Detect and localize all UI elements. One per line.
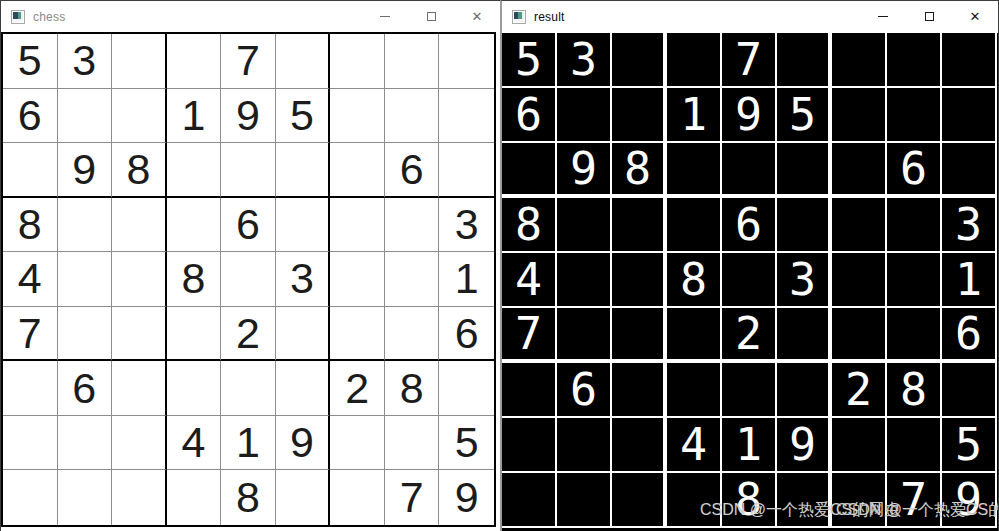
result-cell-r2c7	[832, 88, 887, 143]
result-cell-r8c9: 5	[942, 418, 997, 473]
result-cell-r4c6	[777, 198, 832, 253]
chess-cell-r1c5: 7	[221, 34, 276, 89]
chess-cell-r9c4	[167, 470, 222, 525]
result-cell-r4c7	[832, 198, 887, 253]
result-cell-r5c2	[557, 253, 612, 308]
result-cell-r9c4	[667, 473, 722, 528]
result-cell-r6c9: 6	[942, 308, 997, 363]
result-cell-r3c8: 6	[887, 143, 942, 198]
chess-cell-r5c8	[385, 252, 440, 307]
close-button[interactable]: ✕	[952, 1, 998, 32]
chess-cell-r4c8	[385, 198, 440, 253]
result-cell-r9c2	[557, 473, 612, 528]
chess-cell-r1c9	[439, 34, 494, 89]
screenshot-root: chess ✕ 537619598686348317266284195879 r…	[0, 0, 999, 531]
chess-cell-r6c6	[276, 307, 331, 362]
result-cell-r5c5	[722, 253, 777, 308]
result-cell-r2c8	[887, 88, 942, 143]
result-cell-r8c1	[502, 418, 557, 473]
titlebar-chess[interactable]: chess ✕	[1, 1, 500, 32]
chess-cell-r5c6: 3	[276, 252, 331, 307]
chess-cell-r4c7	[330, 198, 385, 253]
result-cell-r1c5: 7	[722, 33, 777, 88]
chess-cell-r6c4	[167, 307, 222, 362]
result-cell-r3c7	[832, 143, 887, 198]
result-cell-r2c4: 1	[667, 88, 722, 143]
result-cell-r5c8	[887, 253, 942, 308]
chess-cell-r1c3	[112, 34, 167, 89]
chess-cell-r8c5: 1	[221, 416, 276, 471]
chess-cell-r3c4	[167, 143, 222, 198]
chess-cell-r7c8: 8	[385, 361, 440, 416]
result-cell-r8c2	[557, 418, 612, 473]
result-cell-r4c9: 3	[942, 198, 997, 253]
chess-cell-r8c7	[330, 416, 385, 471]
chess-cell-r8c6: 9	[276, 416, 331, 471]
result-cell-r9c5: 8	[722, 473, 777, 528]
result-cell-r6c2	[557, 308, 612, 363]
chess-cell-r2c1: 6	[3, 89, 58, 144]
titlebar-result[interactable]: result ✕	[502, 1, 998, 32]
chess-cell-r6c3	[112, 307, 167, 362]
chess-cell-r1c6	[276, 34, 331, 89]
sudoku-board-result: 537619598686348317266284195879	[502, 32, 999, 531]
result-cell-r4c2	[557, 198, 612, 253]
result-cell-r5c9: 1	[942, 253, 997, 308]
chess-cell-r5c2	[58, 252, 113, 307]
chess-cell-r6c5: 2	[221, 307, 276, 362]
result-cell-r8c7	[832, 418, 887, 473]
result-cell-r3c9	[942, 143, 997, 198]
chess-cell-r6c8	[385, 307, 440, 362]
result-cell-r1c3	[612, 33, 667, 88]
result-cell-r5c7	[832, 253, 887, 308]
chess-cell-r4c2	[58, 198, 113, 253]
result-cell-r9c7	[832, 473, 887, 528]
chess-cell-r6c2	[58, 307, 113, 362]
chess-cell-r7c9	[439, 361, 494, 416]
chess-cell-r2c2	[58, 89, 113, 144]
result-cell-r9c6	[777, 473, 832, 528]
chess-cell-r8c8	[385, 416, 440, 471]
chess-cell-r2c5: 9	[221, 89, 276, 144]
result-cell-r5c1: 4	[502, 253, 557, 308]
chess-cell-r9c1	[3, 470, 58, 525]
result-cell-r1c4	[667, 33, 722, 88]
result-cell-r1c2: 3	[557, 33, 612, 88]
result-cell-r6c4	[667, 308, 722, 363]
maximize-button[interactable]	[906, 1, 952, 32]
chess-cell-r7c4	[167, 361, 222, 416]
chess-cell-r7c2: 6	[58, 361, 113, 416]
result-cell-r8c6: 9	[777, 418, 832, 473]
chess-cell-r1c4	[167, 34, 222, 89]
chess-cell-r6c7	[330, 307, 385, 362]
result-cell-r1c7	[832, 33, 887, 88]
chess-cell-r1c7	[330, 34, 385, 89]
chess-cell-r2c8	[385, 89, 440, 144]
chess-cell-r5c4: 8	[167, 252, 222, 307]
chess-cell-r9c8: 7	[385, 470, 440, 525]
chess-cell-r7c3	[112, 361, 167, 416]
chess-cell-r4c4	[167, 198, 222, 253]
result-cell-r9c8: 7	[887, 473, 942, 528]
result-cell-r8c4: 4	[667, 418, 722, 473]
window-controls-chess: ✕	[362, 1, 500, 32]
sudoku-board-chess: 537619598686348317266284195879	[1, 32, 496, 527]
close-button[interactable]: ✕	[454, 1, 500, 32]
chess-cell-r5c3	[112, 252, 167, 307]
chess-cell-r5c7	[330, 252, 385, 307]
result-cell-r4c5: 6	[722, 198, 777, 253]
window-controls-result: ✕	[860, 1, 998, 32]
chess-cell-r3c1	[3, 143, 58, 198]
result-cell-r3c4	[667, 143, 722, 198]
result-cell-r3c3: 8	[612, 143, 667, 198]
window-chess: chess ✕ 537619598686348317266284195879	[0, 0, 500, 531]
chess-cell-r3c3: 8	[112, 143, 167, 198]
chess-cell-r7c6	[276, 361, 331, 416]
result-cell-r9c3	[612, 473, 667, 528]
chess-cell-r2c7	[330, 89, 385, 144]
maximize-icon	[925, 12, 934, 21]
chess-cell-r9c6	[276, 470, 331, 525]
result-cell-r6c8	[887, 308, 942, 363]
chess-cell-r2c9	[439, 89, 494, 144]
result-cell-r4c1: 8	[502, 198, 557, 253]
result-cell-r6c1: 7	[502, 308, 557, 363]
chess-cell-r3c2: 9	[58, 143, 113, 198]
result-cell-r8c3	[612, 418, 667, 473]
result-cell-r3c1	[502, 143, 557, 198]
chess-cell-r9c5: 8	[221, 470, 276, 525]
result-cell-r7c6	[777, 363, 832, 418]
chess-cell-r8c4: 4	[167, 416, 222, 471]
result-cell-r5c6: 3	[777, 253, 832, 308]
chess-cell-r8c2	[58, 416, 113, 471]
result-cell-r1c8	[887, 33, 942, 88]
result-cell-r2c3	[612, 88, 667, 143]
result-cell-r7c7: 2	[832, 363, 887, 418]
maximize-icon	[427, 12, 436, 21]
minimize-icon	[878, 16, 888, 17]
result-cell-r7c4	[667, 363, 722, 418]
chess-cell-r6c9: 6	[439, 307, 494, 362]
result-cell-r7c9	[942, 363, 997, 418]
result-cell-r1c1: 5	[502, 33, 557, 88]
result-cell-r4c4	[667, 198, 722, 253]
window-result: result ✕ 537619598686348317266284195879 …	[500, 0, 999, 531]
minimize-button[interactable]	[362, 1, 408, 32]
chess-cell-r2c4: 1	[167, 89, 222, 144]
result-cell-r6c6	[777, 308, 832, 363]
result-cell-r8c5: 1	[722, 418, 777, 473]
chess-cell-r4c1: 8	[3, 198, 58, 253]
result-cell-r5c4: 8	[667, 253, 722, 308]
chess-cell-r5c1: 4	[3, 252, 58, 307]
result-cell-r4c8	[887, 198, 942, 253]
chess-cell-r7c1	[3, 361, 58, 416]
result-cell-r1c6	[777, 33, 832, 88]
chess-cell-r5c5	[221, 252, 276, 307]
chess-cell-r9c2	[58, 470, 113, 525]
minimize-icon	[380, 16, 390, 17]
chess-cell-r3c5	[221, 143, 276, 198]
result-cell-r7c5	[722, 363, 777, 418]
result-cell-r6c7	[832, 308, 887, 363]
result-cell-r6c5: 2	[722, 308, 777, 363]
chess-cell-r1c8	[385, 34, 440, 89]
result-cell-r2c2	[557, 88, 612, 143]
chess-cell-r4c6	[276, 198, 331, 253]
result-cell-r7c2: 6	[557, 363, 612, 418]
chess-cell-r3c9	[439, 143, 494, 198]
chess-cell-r4c3	[112, 198, 167, 253]
chess-cell-r2c6: 5	[276, 89, 331, 144]
result-cell-r2c5: 9	[722, 88, 777, 143]
chess-cell-r3c7	[330, 143, 385, 198]
chess-cell-r5c9: 1	[439, 252, 494, 307]
chess-cell-r8c9: 5	[439, 416, 494, 471]
result-cell-r3c6	[777, 143, 832, 198]
window-title-result: result	[534, 10, 565, 24]
opencv-image-icon	[11, 10, 25, 24]
result-cell-r3c5	[722, 143, 777, 198]
chess-cell-r7c7: 2	[330, 361, 385, 416]
chess-cell-r1c2: 3	[58, 34, 113, 89]
chess-cell-r9c9: 9	[439, 470, 494, 525]
chess-cell-r1c1: 5	[3, 34, 58, 89]
window-title-chess: chess	[33, 10, 65, 24]
chess-cell-r3c8: 6	[385, 143, 440, 198]
result-cell-r9c1	[502, 473, 557, 528]
result-cell-r7c3	[612, 363, 667, 418]
result-cell-r7c1	[502, 363, 557, 418]
result-cell-r8c8	[887, 418, 942, 473]
chess-cell-r8c1	[3, 416, 58, 471]
result-cell-r3c2: 9	[557, 143, 612, 198]
result-cell-r2c6: 5	[777, 88, 832, 143]
result-cell-r4c3	[612, 198, 667, 253]
chess-cell-r9c7	[330, 470, 385, 525]
result-cell-r6c3	[612, 308, 667, 363]
chess-cell-r8c3	[112, 416, 167, 471]
result-cell-r2c9	[942, 88, 997, 143]
chess-cell-r2c3	[112, 89, 167, 144]
opencv-image-icon	[512, 10, 526, 24]
result-cell-r2c1: 6	[502, 88, 557, 143]
minimize-button[interactable]	[860, 1, 906, 32]
chess-cell-r4c9: 3	[439, 198, 494, 253]
result-cell-r5c3	[612, 253, 667, 308]
chess-cell-r9c3	[112, 470, 167, 525]
result-cell-r7c8: 8	[887, 363, 942, 418]
maximize-button[interactable]	[408, 1, 454, 32]
chess-cell-r6c1: 7	[3, 307, 58, 362]
chess-cell-r7c5	[221, 361, 276, 416]
result-cell-r9c9: 9	[942, 473, 997, 528]
chess-cell-r4c5: 6	[221, 198, 276, 253]
chess-cell-r3c6	[276, 143, 331, 198]
result-cell-r1c9	[942, 33, 997, 88]
